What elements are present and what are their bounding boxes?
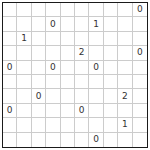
empty-cell[interactable] <box>61 75 75 89</box>
empty-cell[interactable] <box>133 104 147 118</box>
empty-cell[interactable] <box>89 75 103 89</box>
empty-cell[interactable] <box>3 32 17 46</box>
empty-cell[interactable] <box>75 75 89 89</box>
clue-cell[interactable]: 0 <box>89 61 103 75</box>
empty-cell[interactable] <box>17 46 31 60</box>
empty-cell[interactable] <box>32 133 46 147</box>
empty-cell[interactable] <box>104 17 118 31</box>
empty-cell[interactable] <box>75 61 89 75</box>
empty-cell[interactable] <box>104 118 118 132</box>
empty-cell[interactable] <box>133 133 147 147</box>
empty-cell[interactable] <box>75 17 89 31</box>
empty-cell[interactable] <box>118 75 132 89</box>
clue-cell[interactable]: 0 <box>3 104 17 118</box>
empty-cell[interactable] <box>104 46 118 60</box>
empty-cell[interactable] <box>118 46 132 60</box>
empty-cell[interactable] <box>46 89 60 103</box>
empty-cell[interactable] <box>75 89 89 103</box>
empty-cell[interactable] <box>61 3 75 17</box>
clue-cell[interactable]: 0 <box>75 104 89 118</box>
empty-cell[interactable] <box>3 118 17 132</box>
empty-cell[interactable] <box>17 3 31 17</box>
clue-cell[interactable]: 2 <box>118 89 132 103</box>
empty-cell[interactable] <box>75 133 89 147</box>
empty-cell[interactable] <box>133 17 147 31</box>
empty-cell[interactable] <box>32 3 46 17</box>
empty-cell[interactable] <box>89 118 103 132</box>
empty-cell[interactable] <box>17 133 31 147</box>
empty-cell[interactable] <box>89 89 103 103</box>
empty-cell[interactable] <box>61 32 75 46</box>
empty-cell[interactable] <box>17 75 31 89</box>
empty-cell[interactable] <box>32 104 46 118</box>
empty-cell[interactable] <box>32 75 46 89</box>
empty-cell[interactable] <box>17 61 31 75</box>
empty-cell[interactable] <box>104 3 118 17</box>
empty-cell[interactable] <box>89 32 103 46</box>
empty-cell[interactable] <box>133 61 147 75</box>
empty-cell[interactable] <box>104 61 118 75</box>
empty-cell[interactable] <box>61 46 75 60</box>
empty-cell[interactable] <box>89 104 103 118</box>
empty-cell[interactable] <box>3 89 17 103</box>
empty-cell[interactable] <box>3 3 17 17</box>
empty-cell[interactable] <box>133 32 147 46</box>
empty-cell[interactable] <box>17 89 31 103</box>
empty-cell[interactable] <box>118 17 132 31</box>
empty-cell[interactable] <box>32 61 46 75</box>
empty-cell[interactable] <box>133 89 147 103</box>
empty-cell[interactable] <box>118 133 132 147</box>
puzzle-board[interactable]: 001120000020010 <box>2 2 148 148</box>
empty-cell[interactable] <box>89 46 103 60</box>
empty-cell[interactable] <box>75 118 89 132</box>
empty-cell[interactable] <box>104 89 118 103</box>
empty-cell[interactable] <box>46 75 60 89</box>
empty-cell[interactable] <box>75 32 89 46</box>
empty-cell[interactable] <box>61 17 75 31</box>
empty-cell[interactable] <box>61 89 75 103</box>
empty-cell[interactable] <box>89 3 103 17</box>
empty-cell[interactable] <box>32 118 46 132</box>
empty-cell[interactable] <box>3 133 17 147</box>
clue-cell[interactable]: 0 <box>89 133 103 147</box>
empty-cell[interactable] <box>118 104 132 118</box>
clue-cell[interactable]: 1 <box>118 118 132 132</box>
empty-cell[interactable] <box>118 3 132 17</box>
empty-cell[interactable] <box>46 133 60 147</box>
clue-cell[interactable]: 0 <box>133 3 147 17</box>
empty-cell[interactable] <box>61 104 75 118</box>
empty-cell[interactable] <box>61 118 75 132</box>
empty-cell[interactable] <box>46 32 60 46</box>
empty-cell[interactable] <box>46 104 60 118</box>
empty-cell[interactable] <box>104 75 118 89</box>
empty-cell[interactable] <box>118 32 132 46</box>
empty-cell[interactable] <box>17 118 31 132</box>
clue-cell[interactable]: 0 <box>46 61 60 75</box>
empty-cell[interactable] <box>104 32 118 46</box>
empty-cell[interactable] <box>75 3 89 17</box>
empty-cell[interactable] <box>46 46 60 60</box>
clue-cell[interactable]: 0 <box>3 61 17 75</box>
empty-cell[interactable] <box>133 75 147 89</box>
empty-cell[interactable] <box>61 61 75 75</box>
empty-cell[interactable] <box>32 17 46 31</box>
clue-cell[interactable]: 0 <box>46 17 60 31</box>
empty-cell[interactable] <box>32 46 46 60</box>
empty-cell[interactable] <box>3 46 17 60</box>
empty-cell[interactable] <box>32 32 46 46</box>
clue-cell[interactable]: 0 <box>133 46 147 60</box>
clue-cell[interactable]: 1 <box>89 17 103 31</box>
empty-cell[interactable] <box>3 17 17 31</box>
empty-cell[interactable] <box>104 133 118 147</box>
empty-cell[interactable] <box>46 3 60 17</box>
clue-cell[interactable]: 2 <box>75 46 89 60</box>
empty-cell[interactable] <box>3 75 17 89</box>
empty-cell[interactable] <box>118 61 132 75</box>
empty-cell[interactable] <box>61 133 75 147</box>
empty-cell[interactable] <box>46 118 60 132</box>
empty-cell[interactable] <box>17 104 31 118</box>
clue-cell[interactable]: 1 <box>17 32 31 46</box>
clue-cell[interactable]: 0 <box>32 89 46 103</box>
empty-cell[interactable] <box>17 17 31 31</box>
empty-cell[interactable] <box>104 104 118 118</box>
empty-cell[interactable] <box>133 118 147 132</box>
